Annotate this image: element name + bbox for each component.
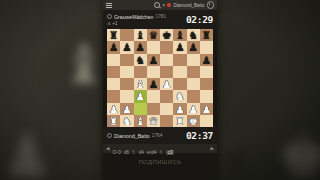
chess-board[interactable]: ♜♝♛♚♝♞♜♟♟♟♟♟♞♟♟♝♟♟♟♞♟♟♟♟♟♜♞♝♛♜♚ — [107, 29, 213, 127]
square-h7[interactable] — [200, 41, 213, 53]
white-pawn-piece: ♟ — [122, 103, 131, 115]
online-dot-icon — [107, 133, 112, 138]
black-rook-piece: ♜ — [109, 29, 118, 41]
square-b7[interactable]: ♟ — [120, 41, 133, 53]
black-knight-piece: ♞ — [188, 29, 197, 41]
square-a2[interactable]: ♟ — [107, 103, 120, 115]
black-rook-piece: ♜ — [202, 29, 211, 41]
square-a3[interactable] — [107, 90, 120, 102]
square-e7[interactable] — [160, 41, 173, 53]
white-pawn-piece: ♟ — [109, 103, 118, 115]
black-pawn-piece: ♟ — [175, 41, 184, 53]
square-d7[interactable] — [147, 41, 160, 53]
square-c1[interactable]: ♝ — [134, 115, 147, 127]
white-knight-piece: ♞ — [175, 90, 184, 102]
square-c3[interactable]: ♟ — [134, 90, 147, 102]
square-g6[interactable] — [187, 54, 200, 66]
white-pawn-piece: ♟ — [135, 90, 144, 102]
square-e6[interactable] — [160, 54, 173, 66]
white-rook-piece: ♜ — [175, 115, 184, 127]
square-b3[interactable] — [120, 90, 133, 102]
white-rook-piece: ♜ — [109, 115, 118, 127]
square-b5[interactable] — [120, 66, 133, 78]
prev-move-icon[interactable]: ◀ — [106, 146, 109, 151]
square-h3[interactable] — [200, 90, 213, 102]
square-c6[interactable]: ♞ — [134, 54, 147, 66]
profile-icon[interactable] — [207, 1, 215, 9]
next-move-icon[interactable]: ▶ — [211, 146, 214, 151]
square-c2[interactable] — [134, 103, 147, 115]
square-g2[interactable]: ♟ — [187, 103, 200, 115]
menu-icon[interactable] — [106, 3, 112, 8]
square-c4[interactable]: ♝ — [134, 78, 147, 90]
square-b6[interactable] — [120, 54, 133, 66]
square-c5[interactable] — [134, 66, 147, 78]
white-pawn-piece: ♟ — [175, 103, 184, 115]
square-b4[interactable] — [120, 78, 133, 90]
move-list: O-Od65.d4exd46.c3 — [112, 140, 207, 158]
black-pawn-piece: ♟ — [149, 54, 158, 66]
square-f8[interactable]: ♝ — [173, 29, 186, 41]
square-c8[interactable]: ♝ — [134, 29, 147, 41]
square-d4[interactable]: ♟ — [147, 78, 160, 90]
move-list-bar: ◀ O-Od65.d4exd46.c3 ▶ — [103, 144, 217, 153]
square-f4[interactable] — [173, 78, 186, 90]
video-frame: ♝♟♚♜ × Diamond_Batto GrauweMädchen 1781 … — [0, 0, 320, 180]
square-g5[interactable] — [187, 66, 200, 78]
square-e1[interactable] — [160, 115, 173, 127]
square-g8[interactable]: ♞ — [187, 29, 200, 41]
search-icon[interactable] — [154, 2, 160, 8]
square-a6[interactable] — [107, 54, 120, 66]
black-pawn-piece: ♟ — [202, 54, 211, 66]
white-knight-piece: ♞ — [122, 115, 131, 127]
square-e8[interactable]: ♚ — [160, 29, 173, 41]
black-pawn-piece: ♟ — [149, 78, 158, 90]
square-f6[interactable] — [173, 54, 186, 66]
opponent-bar: GrauweMädchen 1781 ♙ +1 02:29 — [103, 10, 217, 29]
square-h2[interactable]: ♟ — [200, 103, 213, 115]
move-token[interactable]: O-O — [112, 150, 121, 155]
white-pawn-piece: ♟ — [162, 78, 171, 90]
square-g7[interactable]: ♟ — [187, 41, 200, 53]
white-pawn-piece: ♟ — [202, 103, 211, 115]
square-d8[interactable]: ♛ — [147, 29, 160, 41]
black-pawn-piece: ♟ — [109, 41, 118, 53]
move-token[interactable]: d6 — [124, 150, 129, 155]
square-f2[interactable]: ♟ — [173, 103, 186, 115]
square-d3[interactable] — [147, 90, 160, 102]
black-king-piece: ♚ — [162, 29, 171, 41]
online-dot-icon — [107, 14, 112, 19]
square-a7[interactable]: ♟ — [107, 41, 120, 53]
square-f7[interactable]: ♟ — [173, 41, 186, 53]
app-screen: × Diamond_Batto GrauweMädchen 1781 ♙ +1 … — [103, 0, 217, 180]
square-a4[interactable] — [107, 78, 120, 90]
player-name: Diamond_Batto — [114, 133, 150, 139]
close-icon[interactable]: × — [162, 2, 166, 8]
square-d1[interactable]: ♛ — [147, 115, 160, 127]
black-bishop-piece: ♝ — [135, 29, 144, 41]
square-f3[interactable]: ♞ — [173, 90, 186, 102]
square-h4[interactable] — [200, 78, 213, 90]
square-b8[interactable] — [120, 29, 133, 41]
square-f1[interactable]: ♜ — [173, 115, 186, 127]
move-number: 6. — [160, 150, 164, 155]
square-g3[interactable] — [187, 90, 200, 102]
square-e4[interactable]: ♟ — [160, 78, 173, 90]
record-dot-icon — [167, 3, 171, 7]
square-h8[interactable]: ♜ — [200, 29, 213, 41]
app-topbar: × Diamond_Batto — [103, 0, 217, 10]
square-h6[interactable]: ♟ — [200, 54, 213, 66]
black-queen-piece: ♛ — [149, 29, 158, 41]
square-b1[interactable]: ♞ — [120, 115, 133, 127]
square-d5[interactable] — [147, 66, 160, 78]
black-knight-piece: ♞ — [135, 54, 144, 66]
captured-material: ♙ +1 — [107, 21, 117, 26]
square-a1[interactable]: ♜ — [107, 115, 120, 127]
square-g4[interactable] — [187, 78, 200, 90]
square-h1[interactable] — [200, 115, 213, 127]
opponent-clock: 02:29 — [186, 14, 213, 25]
square-e2[interactable] — [160, 103, 173, 115]
black-pawn-piece: ♟ — [122, 41, 131, 53]
topbar-username[interactable]: Diamond_Batto — [173, 3, 204, 8]
square-a5[interactable] — [107, 66, 120, 78]
white-king-piece: ♚ — [188, 115, 197, 127]
black-bishop-piece: ♝ — [175, 29, 184, 41]
square-d6[interactable]: ♟ — [147, 54, 160, 66]
square-c7[interactable]: ♟ — [134, 41, 147, 53]
square-f5[interactable] — [173, 66, 186, 78]
white-bishop-piece: ♝ — [135, 115, 144, 127]
move-number: 5. — [132, 150, 136, 155]
video-caption: ПОДПИШИСЬ — [138, 159, 181, 165]
square-a8[interactable]: ♜ — [107, 29, 120, 41]
opponent-rating: 1781 — [156, 14, 167, 19]
white-bishop-piece: ♝ — [135, 78, 144, 90]
square-h5[interactable] — [200, 66, 213, 78]
move-token[interactable]: c3 — [166, 150, 174, 155]
square-e3[interactable] — [160, 90, 173, 102]
move-token[interactable]: exd4 — [147, 150, 157, 155]
black-pawn-piece: ♟ — [188, 41, 197, 53]
black-pawn-piece: ♟ — [135, 41, 144, 53]
square-b2[interactable]: ♟ — [120, 103, 133, 115]
white-queen-piece: ♛ — [149, 115, 158, 127]
move-token[interactable]: d4 — [139, 150, 144, 155]
white-pawn-piece: ♟ — [188, 103, 197, 115]
player-rating: 1764 — [152, 133, 163, 138]
square-g1[interactable]: ♚ — [187, 115, 200, 127]
square-d2[interactable] — [147, 103, 160, 115]
opponent-name: GrauweMädchen — [114, 14, 154, 20]
square-e5[interactable] — [160, 66, 173, 78]
